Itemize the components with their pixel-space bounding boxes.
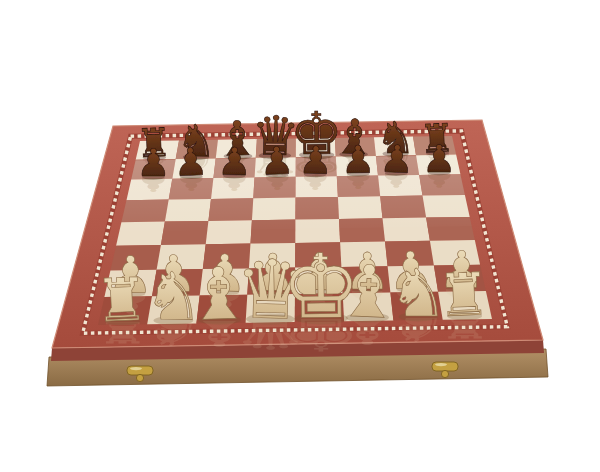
- piece-black-pawn[interactable]: ♟: [341, 138, 376, 182]
- piece-black-pawn[interactable]: ♟: [259, 139, 294, 184]
- piece-black-pawn[interactable]: ♟: [422, 137, 456, 181]
- chess-board: ♜♜♞♞♝♝♛♛♚♚♝♝♞♞♜♜♟♟♟♟♟♟♟♟♟♟♟♟♟♟♟♟♟♟♟♟♟♟♟♟…: [0, 0, 600, 472]
- piece-black-pawn[interactable]: ♟: [298, 138, 333, 183]
- piece-white-rook[interactable]: ♜: [436, 259, 492, 330]
- piece-black-pawn[interactable]: ♟: [136, 141, 170, 185]
- chess-set-photo: ♜♜♞♞♝♝♛♛♚♚♝♝♞♞♜♜♟♟♟♟♟♟♟♟♟♟♟♟♟♟♟♟♟♟♟♟♟♟♟♟…: [0, 0, 600, 472]
- piece-black-pawn[interactable]: ♟: [173, 140, 209, 185]
- piece-black-pawn[interactable]: ♟: [379, 137, 415, 182]
- piece-black-pawn[interactable]: ♟: [217, 140, 252, 184]
- piece-white-rook[interactable]: ♜: [94, 264, 150, 335]
